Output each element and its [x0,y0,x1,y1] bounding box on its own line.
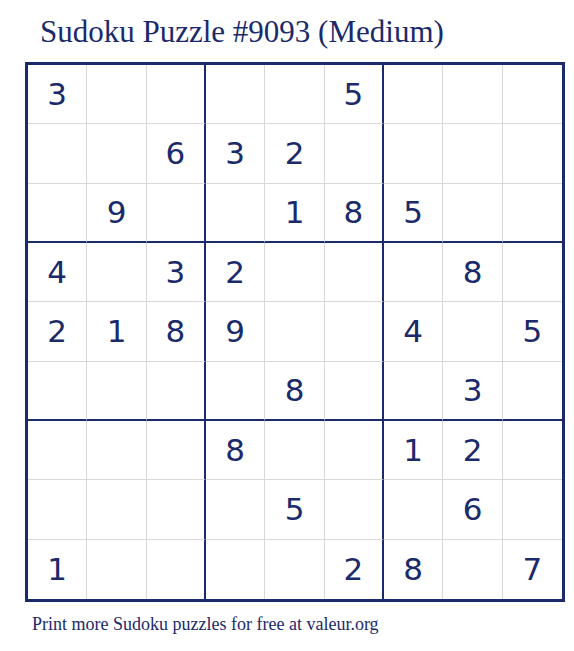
cell-r4c7[interactable] [384,243,443,302]
cell-r1c4[interactable] [206,65,265,124]
cell-r7c7[interactable]: 1 [384,421,443,480]
cell-r2c2[interactable] [87,124,146,183]
cell-r4c6[interactable] [325,243,384,302]
cell-r6c5[interactable]: 8 [265,362,324,421]
cell-r1c1[interactable]: 3 [28,65,87,124]
cell-r7c2[interactable] [87,421,146,480]
cell-r8c5[interactable]: 5 [265,480,324,539]
cell-r9c3[interactable] [147,540,206,599]
cell-r3c4[interactable] [206,184,265,243]
cell-r8c4[interactable] [206,480,265,539]
cell-r5c3[interactable]: 8 [147,302,206,361]
cell-r5c7[interactable]: 4 [384,302,443,361]
cell-r3c6[interactable]: 8 [325,184,384,243]
cell-r7c3[interactable] [147,421,206,480]
cell-r9c1[interactable]: 1 [28,540,87,599]
cell-r2c4[interactable]: 3 [206,124,265,183]
cell-r4c3[interactable]: 3 [147,243,206,302]
cell-r8c1[interactable] [28,480,87,539]
cell-r6c4[interactable] [206,362,265,421]
cell-r8c6[interactable] [325,480,384,539]
cell-r5c9[interactable]: 5 [503,302,562,361]
cell-r7c4[interactable]: 8 [206,421,265,480]
cell-r6c8[interactable]: 3 [443,362,502,421]
cell-r5c4[interactable]: 9 [206,302,265,361]
cell-r1c6[interactable]: 5 [325,65,384,124]
cell-r4c1[interactable]: 4 [28,243,87,302]
cell-r3c1[interactable] [28,184,87,243]
cell-r1c3[interactable] [147,65,206,124]
cell-r3c2[interactable]: 9 [87,184,146,243]
cell-r5c8[interactable] [443,302,502,361]
cell-r6c3[interactable] [147,362,206,421]
cell-r8c7[interactable] [384,480,443,539]
cell-r3c7[interactable]: 5 [384,184,443,243]
footer-text: Print more Sudoku puzzles for free at va… [32,614,379,635]
cell-r4c4[interactable]: 2 [206,243,265,302]
cell-r3c8[interactable] [443,184,502,243]
cell-r8c2[interactable] [87,480,146,539]
cell-r2c3[interactable]: 6 [147,124,206,183]
cell-r1c8[interactable] [443,65,502,124]
cell-r5c5[interactable] [265,302,324,361]
cell-r1c9[interactable] [503,65,562,124]
cell-r8c9[interactable] [503,480,562,539]
cell-r9c4[interactable] [206,540,265,599]
cell-r9c5[interactable] [265,540,324,599]
cell-r9c2[interactable] [87,540,146,599]
cell-r2c1[interactable] [28,124,87,183]
cell-r6c1[interactable] [28,362,87,421]
cell-r8c3[interactable] [147,480,206,539]
cell-r4c8[interactable]: 8 [443,243,502,302]
cell-r1c2[interactable] [87,65,146,124]
cell-r6c2[interactable] [87,362,146,421]
cell-r2c8[interactable] [443,124,502,183]
page-title: Sudoku Puzzle #9093 (Medium) [40,14,444,50]
cell-r3c3[interactable] [147,184,206,243]
cell-r4c9[interactable] [503,243,562,302]
cell-r1c5[interactable] [265,65,324,124]
cell-r4c5[interactable] [265,243,324,302]
cell-r7c1[interactable] [28,421,87,480]
cell-r2c5[interactable]: 2 [265,124,324,183]
cell-r8c8[interactable]: 6 [443,480,502,539]
cell-r6c6[interactable] [325,362,384,421]
cell-r5c6[interactable] [325,302,384,361]
cell-r3c9[interactable] [503,184,562,243]
cell-r3c5[interactable]: 1 [265,184,324,243]
cell-r9c7[interactable]: 8 [384,540,443,599]
cell-r9c6[interactable]: 2 [325,540,384,599]
cell-r9c9[interactable]: 7 [503,540,562,599]
cell-r7c9[interactable] [503,421,562,480]
cell-r5c2[interactable]: 1 [87,302,146,361]
cell-r6c9[interactable] [503,362,562,421]
cell-r5c1[interactable]: 2 [28,302,87,361]
cell-r2c6[interactable] [325,124,384,183]
cell-r7c5[interactable] [265,421,324,480]
cell-r2c9[interactable] [503,124,562,183]
sudoku-board: 356329185432821894583812561287 [25,62,565,602]
cell-r9c8[interactable] [443,540,502,599]
cell-r7c8[interactable]: 2 [443,421,502,480]
cell-r1c7[interactable] [384,65,443,124]
cell-r2c7[interactable] [384,124,443,183]
cell-r6c7[interactable] [384,362,443,421]
cell-r7c6[interactable] [325,421,384,480]
cell-r4c2[interactable] [87,243,146,302]
